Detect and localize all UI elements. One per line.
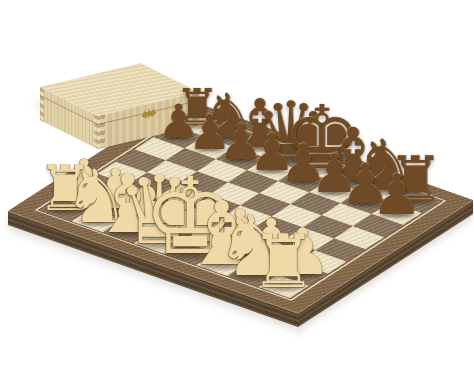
piece-white-rook-h1[interactable]: ♜: [251, 224, 317, 298]
pieces-layer: ♜♞♝♛♚♝♞♜♟♟♟♟♟♟♟♟♟♟♟♟♟♟♟♟♜♞♝♛♚♝♞♜: [0, 0, 474, 379]
piece-black-pawn-h7[interactable]: ♟: [372, 166, 422, 222]
chess-set-product-scene: ♜♞♝♛♚♝♞♜♟♟♟♟♟♟♟♟♟♟♟♟♟♟♟♟♜♞♝♛♚♝♞♜: [0, 0, 474, 379]
